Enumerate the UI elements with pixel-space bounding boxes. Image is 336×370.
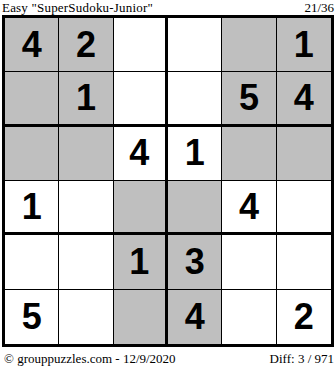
cell-r3c2[interactable] bbox=[59, 127, 113, 181]
puzzle-title: Easy "SuperSudoku-Junior" bbox=[2, 0, 153, 16]
sudoku-board: 421154411413542 bbox=[2, 15, 334, 347]
cell-r3c4: 1 bbox=[168, 127, 222, 181]
puzzle-page: Easy "SuperSudoku-Junior" 21/36 42115441… bbox=[0, 0, 336, 370]
cell-r5c4: 3 bbox=[168, 235, 222, 289]
copyright-text: © grouppuzzles.com - 12/9/2020 bbox=[4, 351, 176, 367]
cell-r2c3[interactable] bbox=[114, 72, 168, 126]
cell-r5c3: 1 bbox=[114, 235, 168, 289]
cell-r6c6: 2 bbox=[277, 290, 331, 344]
cell-r6c5[interactable] bbox=[222, 290, 276, 344]
cell-r4c5: 4 bbox=[222, 181, 276, 235]
cell-r5c2[interactable] bbox=[59, 235, 113, 289]
cell-r4c6[interactable] bbox=[277, 181, 331, 235]
cell-r1c4[interactable] bbox=[168, 18, 222, 72]
cell-r2c1[interactable] bbox=[5, 72, 59, 126]
cell-r5c1[interactable] bbox=[5, 235, 59, 289]
cell-r3c3: 4 bbox=[114, 127, 168, 181]
cell-r1c5[interactable] bbox=[222, 18, 276, 72]
cell-r4c2[interactable] bbox=[59, 181, 113, 235]
cell-r4c1: 1 bbox=[5, 181, 59, 235]
cell-r2c4[interactable] bbox=[168, 72, 222, 126]
cell-r2c6: 4 bbox=[277, 72, 331, 126]
footer: © grouppuzzles.com - 12/9/2020 Diff: 3 /… bbox=[4, 351, 334, 367]
cell-r2c5: 5 bbox=[222, 72, 276, 126]
cell-r3c1[interactable] bbox=[5, 127, 59, 181]
cell-r1c2: 2 bbox=[59, 18, 113, 72]
difficulty-text: Diff: 3 / 971 bbox=[270, 351, 334, 367]
cell-r5c5[interactable] bbox=[222, 235, 276, 289]
cell-r4c4[interactable] bbox=[168, 181, 222, 235]
cell-r4c3[interactable] bbox=[114, 181, 168, 235]
cell-r5c6[interactable] bbox=[277, 235, 331, 289]
cell-r1c1: 4 bbox=[5, 18, 59, 72]
cell-r6c2[interactable] bbox=[59, 290, 113, 344]
cell-r3c5[interactable] bbox=[222, 127, 276, 181]
cell-r1c3[interactable] bbox=[114, 18, 168, 72]
cell-r6c1: 5 bbox=[5, 290, 59, 344]
cell-r2c2: 1 bbox=[59, 72, 113, 126]
cell-r6c4: 4 bbox=[168, 290, 222, 344]
empty-cell-counter: 21/36 bbox=[304, 0, 334, 16]
cell-r3c6[interactable] bbox=[277, 127, 331, 181]
cell-r6c3[interactable] bbox=[114, 290, 168, 344]
header: Easy "SuperSudoku-Junior" 21/36 bbox=[2, 0, 334, 15]
cell-r1c6: 1 bbox=[277, 18, 331, 72]
